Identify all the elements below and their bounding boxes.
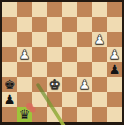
white-king[interactable]: ♚: [47, 77, 62, 92]
square-a6[interactable]: [2, 32, 17, 47]
chess-app: ♟♟♟♟♚♚♟♟♛: [0, 0, 124, 125]
square-d1[interactable]: [47, 107, 62, 122]
square-e4[interactable]: [62, 62, 77, 77]
square-f1[interactable]: [77, 107, 92, 122]
square-e7[interactable]: [62, 17, 77, 32]
white-pawn[interactable]: ♟: [92, 32, 107, 47]
square-e1[interactable]: [62, 107, 77, 122]
white-pawn[interactable]: ♟: [17, 47, 32, 62]
square-h6[interactable]: [107, 32, 122, 47]
square-d5[interactable]: [47, 47, 62, 62]
square-c5[interactable]: [32, 47, 47, 62]
square-f6[interactable]: [77, 32, 92, 47]
square-d6[interactable]: [47, 32, 62, 47]
square-f8[interactable]: [77, 2, 92, 17]
square-f2[interactable]: [77, 92, 92, 107]
square-d8[interactable]: [47, 2, 62, 17]
square-b4[interactable]: [17, 62, 32, 77]
square-c8[interactable]: [32, 2, 47, 17]
square-g3[interactable]: [92, 77, 107, 92]
square-d7[interactable]: [47, 17, 62, 32]
square-h5[interactable]: ♟: [107, 47, 122, 62]
white-pawn[interactable]: ♟: [77, 77, 92, 92]
board-grid: ♟♟♟♟♚♚♟♟♛: [2, 2, 122, 122]
square-a3[interactable]: ♚: [2, 77, 17, 92]
black-king[interactable]: ♚: [2, 77, 17, 92]
square-a2[interactable]: ♟: [2, 92, 17, 107]
square-b6[interactable]: [17, 32, 32, 47]
square-c3[interactable]: [32, 77, 47, 92]
square-a1[interactable]: [2, 107, 17, 122]
square-b1[interactable]: ♛: [17, 107, 32, 122]
square-c1[interactable]: [32, 107, 47, 122]
square-g6[interactable]: ♟: [92, 32, 107, 47]
square-b3[interactable]: [17, 77, 32, 92]
square-b5[interactable]: ♟: [17, 47, 32, 62]
square-h1[interactable]: [107, 107, 122, 122]
square-c6[interactable]: [32, 32, 47, 47]
square-a4[interactable]: [2, 62, 17, 77]
black-pawn[interactable]: ♟: [2, 92, 17, 107]
square-g1[interactable]: [92, 107, 107, 122]
black-pawn[interactable]: ♟: [107, 62, 122, 77]
square-e5[interactable]: [62, 47, 77, 62]
square-g2[interactable]: [92, 92, 107, 107]
square-b2[interactable]: [17, 92, 32, 107]
white-pawn[interactable]: ♟: [107, 47, 122, 62]
square-h3[interactable]: [107, 77, 122, 92]
square-h7[interactable]: [107, 17, 122, 32]
square-c7[interactable]: [32, 17, 47, 32]
square-c4[interactable]: [32, 62, 47, 77]
square-b8[interactable]: [17, 2, 32, 17]
black-queen[interactable]: ♛: [17, 107, 32, 122]
square-e3[interactable]: [62, 77, 77, 92]
square-e2[interactable]: [62, 92, 77, 107]
square-g5[interactable]: [92, 47, 107, 62]
square-g8[interactable]: [92, 2, 107, 17]
square-g7[interactable]: [92, 17, 107, 32]
square-e8[interactable]: [62, 2, 77, 17]
square-a8[interactable]: [2, 2, 17, 17]
square-f3[interactable]: ♟: [77, 77, 92, 92]
square-f7[interactable]: [77, 17, 92, 32]
square-d3[interactable]: ♚: [47, 77, 62, 92]
square-a7[interactable]: [2, 17, 17, 32]
square-f4[interactable]: [77, 62, 92, 77]
square-h2[interactable]: [107, 92, 122, 107]
chess-board: ♟♟♟♟♚♚♟♟♛: [0, 0, 124, 125]
square-g4[interactable]: [92, 62, 107, 77]
square-b7[interactable]: [17, 17, 32, 32]
square-d2[interactable]: [47, 92, 62, 107]
square-h4[interactable]: ♟: [107, 62, 122, 77]
square-a5[interactable]: [2, 47, 17, 62]
square-e6[interactable]: [62, 32, 77, 47]
square-c2[interactable]: [32, 92, 47, 107]
square-f5[interactable]: [77, 47, 92, 62]
square-d4[interactable]: [47, 62, 62, 77]
square-h8[interactable]: [107, 2, 122, 17]
